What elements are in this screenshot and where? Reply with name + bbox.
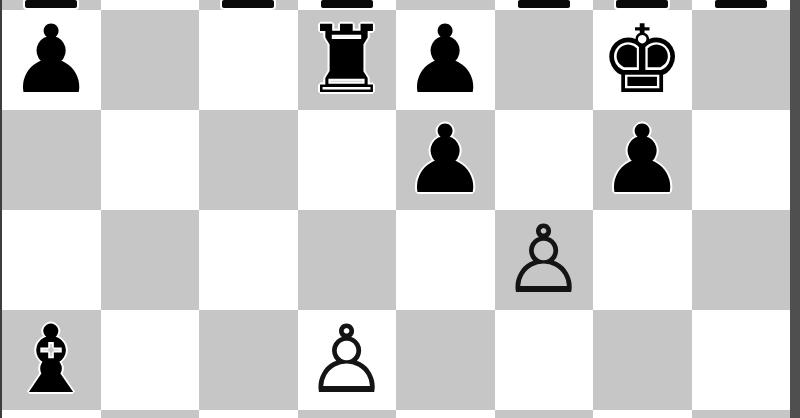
square-a6[interactable]: ♟	[2, 10, 101, 110]
square-e3[interactable]	[396, 310, 495, 410]
square-f4[interactable]: ♙	[495, 210, 594, 310]
white-pawn-f4[interactable]: ♙	[495, 210, 594, 310]
square-d3[interactable]: ♙	[298, 310, 397, 410]
square-g2[interactable]	[593, 410, 692, 418]
square-b5[interactable]	[101, 110, 200, 210]
square-c6[interactable]	[199, 10, 298, 110]
cutoff-black-piece-bottom-h7	[715, 0, 767, 8]
board-border-right	[790, 0, 800, 418]
black-rook-d6[interactable]: ♜	[298, 10, 397, 110]
square-g6[interactable]: ♚	[593, 10, 692, 110]
square-a4[interactable]	[2, 210, 101, 310]
square-d5[interactable]	[298, 110, 397, 210]
square-h7[interactable]	[692, 0, 791, 10]
square-h6[interactable]	[692, 10, 791, 110]
square-h2[interactable]	[692, 410, 791, 418]
black-pawn-g5[interactable]: ♟	[593, 110, 692, 210]
square-b6[interactable]	[101, 10, 200, 110]
square-a5[interactable]	[2, 110, 101, 210]
square-c3[interactable]	[199, 310, 298, 410]
square-a3[interactable]: ♝	[2, 310, 101, 410]
square-e2[interactable]	[396, 410, 495, 418]
square-h3[interactable]	[692, 310, 791, 410]
square-f2[interactable]	[495, 410, 594, 418]
square-f5[interactable]	[495, 110, 594, 210]
square-g3[interactable]	[593, 310, 692, 410]
square-f7[interactable]	[495, 0, 594, 10]
square-g5[interactable]: ♟	[593, 110, 692, 210]
square-e6[interactable]: ♟	[396, 10, 495, 110]
square-b7[interactable]	[101, 0, 200, 10]
square-e4[interactable]	[396, 210, 495, 310]
cutoff-black-piece-bottom-f7	[518, 0, 570, 8]
square-b4[interactable]	[101, 210, 200, 310]
square-c7[interactable]	[199, 0, 298, 10]
square-h5[interactable]	[692, 110, 791, 210]
square-c4[interactable]	[199, 210, 298, 310]
black-king-g6[interactable]: ♚	[593, 10, 692, 110]
square-b3[interactable]	[101, 310, 200, 410]
square-e5[interactable]: ♟	[396, 110, 495, 210]
square-d6[interactable]: ♜	[298, 10, 397, 110]
square-d2[interactable]	[298, 410, 397, 418]
square-c2[interactable]	[199, 410, 298, 418]
chess-diagram: ♟♜♟♚♟♟♙♝♙	[0, 0, 800, 418]
square-d4[interactable]	[298, 210, 397, 310]
board-border-left	[0, 0, 2, 418]
square-b2[interactable]	[101, 410, 200, 418]
square-f6[interactable]	[495, 10, 594, 110]
square-c5[interactable]	[199, 110, 298, 210]
black-pawn-e6[interactable]: ♟	[396, 10, 495, 110]
cutoff-black-piece-bottom-c7	[222, 0, 274, 8]
square-f3[interactable]	[495, 310, 594, 410]
chess-board: ♟♜♟♚♟♟♙♝♙	[2, 0, 790, 418]
square-h4[interactable]	[692, 210, 791, 310]
black-bishop-a3[interactable]: ♝	[2, 310, 101, 410]
square-a2[interactable]	[2, 410, 101, 418]
white-pawn-d3[interactable]: ♙	[298, 310, 397, 410]
black-pawn-e5[interactable]: ♟	[396, 110, 495, 210]
black-pawn-a6[interactable]: ♟	[2, 10, 101, 110]
square-g4[interactable]	[593, 210, 692, 310]
